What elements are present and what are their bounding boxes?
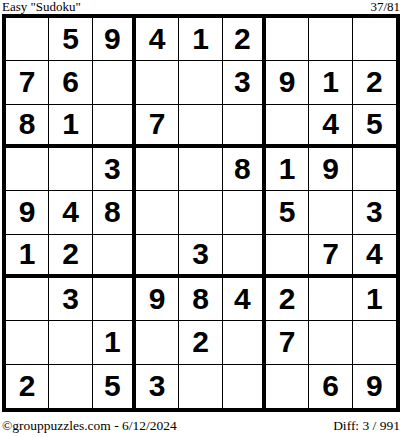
cell-r7c1[interactable] [6,278,49,321]
cell-r3c3[interactable] [93,105,136,148]
cell-r9c2[interactable] [49,365,92,408]
cell-r1c1[interactable] [6,18,49,61]
cell-r5c3[interactable]: 8 [93,191,136,234]
cell-r8c8[interactable] [309,321,352,364]
cell-r8c3[interactable]: 1 [93,321,136,364]
cell-r7c4[interactable]: 9 [136,278,179,321]
cell-r8c5[interactable]: 2 [179,321,222,364]
cell-r6c5[interactable]: 3 [179,235,222,278]
cell-r8c1[interactable] [6,321,49,364]
footer: ©grouppuzzles.com - 6/12/2024 Diff: 3 / … [2,419,400,433]
cell-r2c4[interactable] [136,61,179,104]
cell-r5c9[interactable]: 3 [353,191,396,234]
cell-r4c7[interactable]: 1 [266,148,309,191]
cell-r6c9[interactable]: 4 [353,235,396,278]
cell-r4c4[interactable] [136,148,179,191]
header: Easy "Sudoku" 37/81 [2,0,400,14]
cell-r1c6[interactable]: 2 [223,18,266,61]
cell-r3c2[interactable]: 1 [49,105,92,148]
cell-r5c6[interactable] [223,191,266,234]
cell-r2c2[interactable]: 6 [49,61,92,104]
cell-r3c5[interactable] [179,105,222,148]
cell-r2c5[interactable] [179,61,222,104]
cell-r2c8[interactable]: 1 [309,61,352,104]
cell-r1c4[interactable]: 4 [136,18,179,61]
cell-r6c1[interactable]: 1 [6,235,49,278]
cell-r8c4[interactable] [136,321,179,364]
cell-r3c1[interactable]: 8 [6,105,49,148]
page-title: Easy "Sudoku" [2,0,81,13]
cell-r6c7[interactable] [266,235,309,278]
cell-r9c1[interactable]: 2 [6,365,49,408]
cell-r2c6[interactable]: 3 [223,61,266,104]
cell-r3c8[interactable]: 4 [309,105,352,148]
cell-r7c8[interactable] [309,278,352,321]
cell-r7c9[interactable]: 1 [353,278,396,321]
cell-r4c8[interactable]: 9 [309,148,352,191]
cell-r1c7[interactable] [266,18,309,61]
cell-r7c5[interactable]: 8 [179,278,222,321]
cell-r2c1[interactable]: 7 [6,61,49,104]
cell-r6c8[interactable]: 7 [309,235,352,278]
cell-r3c9[interactable]: 5 [353,105,396,148]
cell-r3c4[interactable]: 7 [136,105,179,148]
cell-r5c7[interactable]: 5 [266,191,309,234]
cell-r4c3[interactable]: 3 [93,148,136,191]
cell-r9c4[interactable]: 3 [136,365,179,408]
footer-difficulty: Diff: 3 / 991 [333,419,400,433]
puzzle-page: Easy "Sudoku" 37/81 59412763912817453819… [0,0,402,437]
cell-r7c3[interactable] [93,278,136,321]
cell-r2c7[interactable]: 9 [266,61,309,104]
cell-r5c2[interactable]: 4 [49,191,92,234]
cell-r8c7[interactable]: 7 [266,321,309,364]
cell-r4c5[interactable] [179,148,222,191]
cell-r1c8[interactable] [309,18,352,61]
cell-r3c7[interactable] [266,105,309,148]
cell-r4c6[interactable]: 8 [223,148,266,191]
cell-r6c4[interactable] [136,235,179,278]
cell-r5c1[interactable]: 9 [6,191,49,234]
cell-r9c7[interactable] [266,365,309,408]
footer-copyright: ©grouppuzzles.com - 6/12/2024 [2,419,177,433]
cell-r4c2[interactable] [49,148,92,191]
cell-r5c5[interactable] [179,191,222,234]
cell-r4c9[interactable] [353,148,396,191]
cell-r6c3[interactable] [93,235,136,278]
sudoku-grid: 5941276391281745381994853123743984211272… [2,14,400,412]
cell-r8c9[interactable] [353,321,396,364]
cell-r1c9[interactable] [353,18,396,61]
cell-r1c2[interactable]: 5 [49,18,92,61]
cell-r4c1[interactable] [6,148,49,191]
cell-r6c6[interactable] [223,235,266,278]
cell-r6c2[interactable]: 2 [49,235,92,278]
cell-r7c7[interactable]: 2 [266,278,309,321]
cell-r2c9[interactable]: 2 [353,61,396,104]
cell-r5c8[interactable] [309,191,352,234]
cell-r2c3[interactable] [93,61,136,104]
cell-r9c9[interactable]: 9 [353,365,396,408]
clue-counter: 37/81 [370,0,400,13]
cell-r7c2[interactable]: 3 [49,278,92,321]
cell-r8c6[interactable] [223,321,266,364]
cell-r9c6[interactable] [223,365,266,408]
cell-r5c4[interactable] [136,191,179,234]
cell-r3c6[interactable] [223,105,266,148]
cell-r9c3[interactable]: 5 [93,365,136,408]
cell-r7c6[interactable]: 4 [223,278,266,321]
cell-r8c2[interactable] [49,321,92,364]
cell-r9c8[interactable]: 6 [309,365,352,408]
cell-r1c3[interactable]: 9 [93,18,136,61]
cell-r1c5[interactable]: 1 [179,18,222,61]
cell-r9c5[interactable] [179,365,222,408]
